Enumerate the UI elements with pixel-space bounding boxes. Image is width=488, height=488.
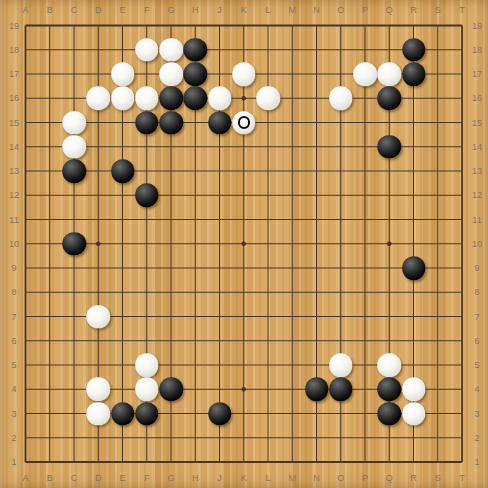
- stone-black-C10: [62, 232, 86, 256]
- stone-white-O5: [329, 353, 353, 377]
- stone-white-E17: [111, 62, 135, 86]
- stone-white-O16: [329, 87, 353, 111]
- last-move-marker-icon: [238, 116, 251, 129]
- stone-black-O4: [329, 378, 353, 402]
- stone-black-Q16: [378, 87, 402, 111]
- stone-black-F12: [135, 184, 159, 208]
- stone-black-E13: [111, 159, 135, 183]
- stone-white-F4: [135, 378, 159, 402]
- stone-black-C13: [62, 159, 86, 183]
- star-point-K10: [241, 241, 246, 246]
- stone-white-K17: [232, 62, 256, 86]
- stone-white-F5: [135, 353, 159, 377]
- stone-white-C15: [62, 111, 86, 135]
- stone-black-G16: [159, 87, 183, 111]
- stone-black-N4: [305, 378, 329, 402]
- stone-black-Q14: [378, 135, 402, 159]
- stone-white-D3: [87, 402, 111, 426]
- stone-white-G17: [159, 62, 183, 86]
- stone-white-F18: [135, 38, 159, 62]
- stone-white-D16: [87, 87, 111, 111]
- stone-black-F3: [135, 402, 159, 426]
- stone-black-R18: [402, 38, 426, 62]
- stone-black-H16: [184, 87, 208, 111]
- stone-black-G4: [159, 378, 183, 402]
- stone-black-J3: [208, 402, 232, 426]
- stone-white-Q5: [378, 353, 402, 377]
- stone-black-R17: [402, 62, 426, 86]
- stone-black-F15: [135, 111, 159, 135]
- stone-white-Q17: [378, 62, 402, 86]
- stone-white-D7: [87, 305, 111, 329]
- stone-black-Q3: [378, 402, 402, 426]
- stone-white-R3: [402, 402, 426, 426]
- stone-black-H18: [184, 38, 208, 62]
- stone-white-K15: [232, 111, 256, 135]
- stone-white-F16: [135, 87, 159, 111]
- stone-white-C14: [62, 135, 86, 159]
- stone-white-G18: [159, 38, 183, 62]
- stone-black-R9: [402, 256, 426, 280]
- star-point-D10: [96, 241, 101, 246]
- stone-white-P17: [353, 62, 377, 86]
- stone-black-G15: [159, 111, 183, 135]
- stone-black-H17: [184, 62, 208, 86]
- star-point-Q10: [387, 241, 392, 246]
- star-point-K4: [241, 387, 246, 392]
- go-board[interactable]: AABBCCDDEEFFGGHHJJKKLLMMNNOOPPQQRRSSTT19…: [0, 0, 488, 488]
- stone-black-Q4: [378, 378, 402, 402]
- star-point-K16: [241, 96, 246, 101]
- stone-black-J15: [208, 111, 232, 135]
- stone-white-R4: [402, 378, 426, 402]
- stone-white-L16: [256, 87, 280, 111]
- stone-black-E3: [111, 402, 135, 426]
- stone-white-D4: [87, 378, 111, 402]
- stone-white-J16: [208, 87, 232, 111]
- stone-white-E16: [111, 87, 135, 111]
